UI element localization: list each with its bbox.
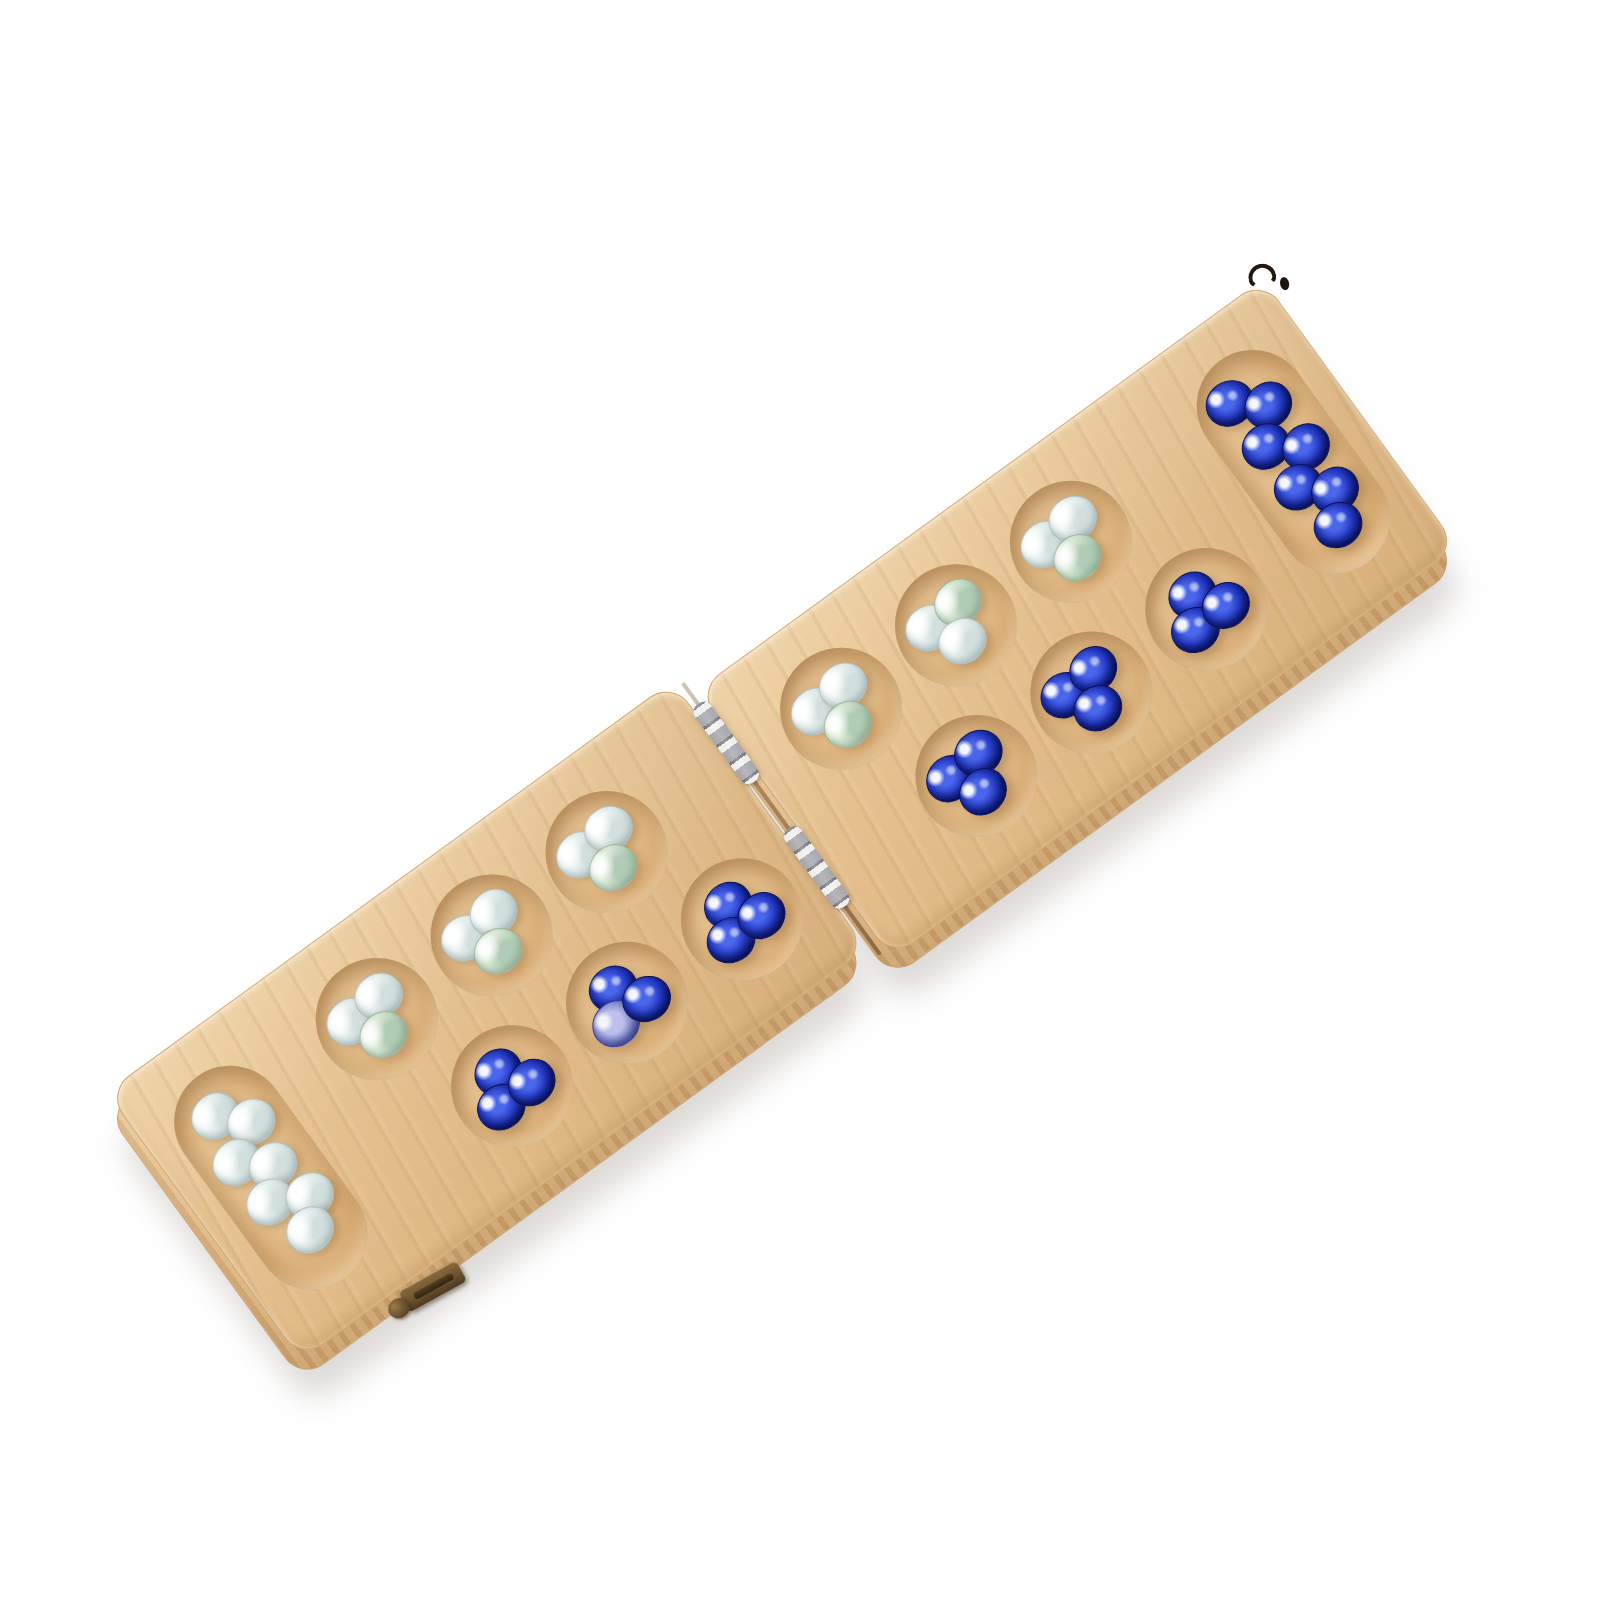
mancala-photo-scene bbox=[0, 0, 1600, 1600]
pit-grid-left bbox=[280, 756, 782, 1223]
latch-hook-icon bbox=[1246, 261, 1278, 290]
pit-grid-right bbox=[744, 446, 1246, 913]
mancala-board bbox=[106, 261, 1444, 1359]
